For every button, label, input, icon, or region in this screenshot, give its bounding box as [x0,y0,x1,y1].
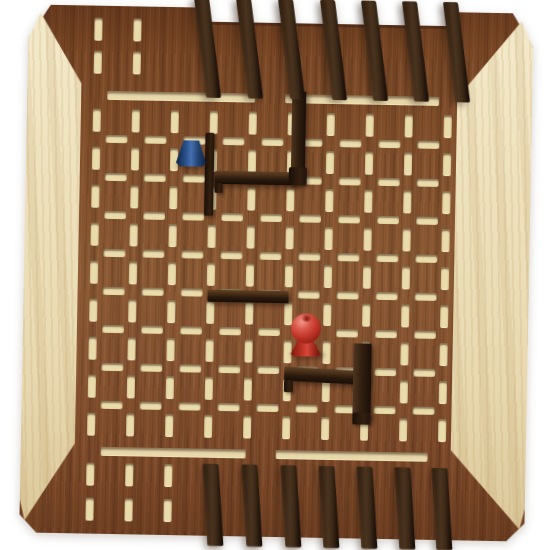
wall-slot-horizontal [413,369,435,377]
wall-slot-vertical [91,184,99,207]
wall-slot-horizontal [140,326,162,334]
wall-slot-horizontal [335,329,357,337]
wall-slot-horizontal [256,404,278,412]
wall-slot-vertical [402,228,410,251]
wall-slot-vertical [166,338,174,361]
wall-slot-vertical [132,109,140,132]
wall-slot-vertical [128,299,136,322]
wall-slot-vertical [246,263,254,286]
wall-slot-vertical [285,264,293,287]
wall-slot-horizontal [415,255,437,263]
wall-slot-horizontal [105,135,127,143]
wall-slot-horizontal [298,214,320,222]
wall-slot-horizontal [374,330,396,338]
wall-slot-horizontal [297,290,319,298]
wall-slot-vertical [441,229,449,252]
placed-wall-f-foot[interactable] [352,412,370,424]
wall-slot-horizontal [259,252,281,260]
wall-slot-horizontal [103,249,125,257]
wall-slot-vertical [400,380,408,403]
wall-slot-horizontal [179,326,201,334]
wall-slot-vertical [285,226,293,249]
wall-slot-vertical [248,149,256,172]
wall-slot-vertical [366,113,374,136]
wall-slot-vertical [129,223,137,246]
rack-slot-vertical [164,463,172,486]
placed-wall-d[interactable] [207,290,288,303]
wall-slot-vertical [286,188,294,211]
wall-slot-vertical [440,305,448,328]
placed-wall-f[interactable] [352,343,371,420]
rack-slot-vertical [94,50,102,73]
wall-slot-vertical [444,115,452,138]
wall-slot-vertical [245,301,253,324]
rack-slot-vertical [133,18,141,41]
pawn-head-blue [179,121,203,145]
wall-slot-horizontal [178,402,200,410]
wall-slot-vertical [88,374,96,397]
wall-slot-horizontal [412,407,434,415]
placed-wall-e-foot[interactable] [284,380,293,392]
wall-slot-vertical [441,267,449,290]
wall-slot-vertical [169,186,177,209]
rack-slot-vertical [163,498,171,521]
wall-slot-vertical [325,188,333,211]
wall-slot-vertical [439,380,447,403]
wall-slot-horizontal [141,288,163,296]
wall-slot-vertical [326,150,334,173]
wall-slot-vertical [402,266,410,289]
rack-slot-vertical [94,17,102,40]
wall-slot-vertical [244,339,252,362]
photo-canvas [0,0,550,550]
wall-slot-horizontal [180,288,202,296]
wall-slot-vertical [323,302,331,325]
wall-slot-vertical [363,227,371,250]
wall-slot-horizontal [222,137,244,145]
rack-slot-vertical [133,51,141,74]
wall-slot-horizontal [377,178,399,186]
wall-slot-horizontal [337,253,359,261]
wall-slot-horizontal [102,287,124,295]
wall-slot-horizontal [179,364,201,372]
wall-slot-vertical [327,112,335,135]
wall-slot-vertical [363,265,371,288]
wall-slot-vertical [92,146,100,169]
wall-slot-horizontal [142,212,164,220]
wall-slot-horizontal [375,292,397,300]
wall-slot-horizontal [139,402,161,410]
wall-slot-horizontal [417,141,439,149]
wall-slot-horizontal [220,251,242,259]
wall-slot-horizontal [144,136,166,144]
wall-slot-vertical [205,338,213,361]
wall-slot-horizontal [415,217,437,225]
placed-wall-b[interactable] [291,91,307,173]
rack-slot-vertical [85,497,93,520]
wall-slot-vertical [90,222,98,245]
wall-slot-horizontal [337,215,359,223]
wall-slot-vertical [131,147,139,170]
wall-slot-horizontal [100,401,122,409]
wall-slot-vertical [89,298,97,321]
wall-slot-vertical [442,191,450,214]
wall-slot-vertical [168,262,176,285]
wall-slot-vertical [127,337,135,360]
wall-slot-horizontal [257,366,279,374]
wall-slot-horizontal [103,211,125,219]
wall-slot-horizontal [336,291,358,299]
wall-slot-vertical [166,375,174,398]
wall-slot-vertical [130,185,138,208]
wall-slot-horizontal [378,140,400,148]
wall-slot-horizontal [376,254,398,262]
wall-slot-vertical [206,300,214,323]
wall-slot-horizontal [140,364,162,372]
wall-slot-horizontal [295,404,317,412]
rack-slot-vertical [125,463,133,486]
wall-slot-vertical [401,304,409,327]
wall-slot-vertical [249,111,257,134]
wall-slot-horizontal [218,365,240,373]
wall-slot-vertical [321,416,329,439]
wall-slot-horizontal [257,328,279,336]
wall-slot-vertical [207,224,215,247]
wall-slot-vertical [243,415,251,438]
wall-slot-vertical [404,152,412,175]
wall-slot-horizontal [104,173,126,181]
wall-slot-vertical [87,412,95,435]
wall-slot-vertical [362,303,370,326]
wall-slot-vertical [165,413,173,436]
wall-slot-vertical [400,342,408,365]
wall-slot-horizontal [339,139,361,147]
placed-wall-c[interactable] [215,171,299,186]
wall-slot-vertical [364,189,372,212]
wall-slot-vertical [438,418,446,441]
wall-slot-vertical [282,416,290,439]
wall-slot-horizontal [416,179,438,187]
wall-slot-vertical [324,264,332,287]
wall-slot-horizontal [218,327,240,335]
quoridor-board [19,2,534,543]
wall-slot-vertical [247,187,255,210]
wall-slot-vertical [443,153,451,176]
wall-slot-vertical [127,375,135,398]
rack-slot-vertical [86,462,94,485]
wall-slot-vertical [439,343,447,366]
wall-slot-horizontal [101,363,123,371]
wall-slot-vertical [246,225,254,248]
placed-wall-b-foot[interactable] [289,167,307,185]
wall-slot-horizontal [376,216,398,224]
wall-slot-vertical [168,224,176,247]
wall-slot-horizontal [373,406,395,414]
rack-slot-vertical [124,498,132,521]
wall-slot-vertical [244,377,252,400]
wall-slot-vertical [93,108,101,131]
wall-slot-vertical [324,226,332,249]
wall-slot-vertical [207,262,215,285]
pawn-head-red [291,313,322,344]
blue-pawn-peg[interactable] [173,119,210,170]
wall-slot-horizontal [413,331,435,339]
wall-slot-vertical [210,110,218,133]
wall-slot-horizontal [181,212,203,220]
wall-slot-vertical [129,261,137,284]
wall-slot-vertical [90,260,98,283]
wall-slot-vertical [205,376,213,399]
wall-slot-horizontal [217,403,239,411]
wall-slot-vertical [126,413,134,436]
wall-slot-horizontal [259,214,281,222]
wall-slot-vertical [167,300,175,323]
wall-slot-horizontal [261,138,283,146]
wall-slot-horizontal [101,325,123,333]
wall-slot-horizontal [181,250,203,258]
wall-slot-horizontal [374,368,396,376]
wall-slot-vertical [399,418,407,441]
wall-slot-vertical [204,414,212,437]
wall-slot-horizontal [338,177,360,185]
wall-slot-horizontal [414,293,436,301]
wall-slot-horizontal [143,174,165,182]
red-pawn-peg[interactable] [287,309,324,360]
wall-slot-horizontal [182,174,204,182]
wall-slot-vertical [405,114,413,137]
wall-slot-horizontal [298,252,320,260]
wall-slot-vertical [365,151,373,174]
wall-slot-vertical [88,336,96,359]
wall-slot-horizontal [220,213,242,221]
placed-wall-c-foot[interactable] [214,183,222,193]
wall-slot-horizontal [142,250,164,258]
wall-slot-vertical [403,190,411,213]
